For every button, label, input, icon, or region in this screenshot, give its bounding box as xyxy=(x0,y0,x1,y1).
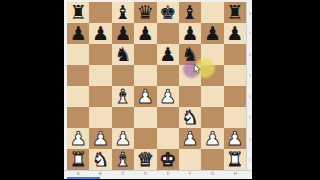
square-h3[interactable] xyxy=(224,107,246,128)
square-e6[interactable]: ♟ xyxy=(157,44,179,65)
square-d6[interactable] xyxy=(134,44,156,65)
square-h8[interactable]: ♜ xyxy=(224,2,246,23)
square-g7[interactable]: ♟ xyxy=(201,23,223,44)
square-c7[interactable]: ♟ xyxy=(112,23,134,44)
square-b6[interactable] xyxy=(89,44,111,65)
piece-wP-d4[interactable]: ♟ xyxy=(137,86,154,107)
piece-wP-g2[interactable]: ♟ xyxy=(204,128,221,149)
square-f1[interactable] xyxy=(179,149,201,170)
rank-label-6: 6 xyxy=(248,46,253,63)
square-h1[interactable]: ♜ xyxy=(224,149,246,170)
rank-label-8: 8 xyxy=(248,4,253,21)
square-a7[interactable]: ♟ xyxy=(67,23,89,44)
square-e5[interactable] xyxy=(157,65,179,86)
piece-bP-a7[interactable]: ♟ xyxy=(70,23,87,44)
file-label-b: B xyxy=(92,171,109,176)
square-c5[interactable] xyxy=(112,65,134,86)
piece-wP-b2[interactable]: ♟ xyxy=(92,128,109,149)
square-b7[interactable]: ♟ xyxy=(89,23,111,44)
square-b8[interactable] xyxy=(89,2,111,23)
file-label-e: E xyxy=(159,171,176,176)
square-h4[interactable] xyxy=(224,86,246,107)
piece-bQ-d8[interactable]: ♛ xyxy=(137,2,154,23)
square-h6[interactable] xyxy=(224,44,246,65)
piece-bN-c6[interactable]: ♞ xyxy=(114,44,131,65)
piece-wR-h1[interactable]: ♜ xyxy=(226,149,243,170)
piece-wP-c2[interactable]: ♟ xyxy=(114,128,131,149)
rank-label-1: 1 xyxy=(248,151,253,168)
square-b3[interactable] xyxy=(89,107,111,128)
piece-wB-c1[interactable]: ♝ xyxy=(114,149,131,170)
piece-wK-e1[interactable]: ♚ xyxy=(159,149,176,170)
bottom-scrollbar-thumb[interactable] xyxy=(67,177,100,179)
rank-label-7: 7 xyxy=(248,25,253,42)
square-c6[interactable]: ♞ xyxy=(112,44,134,65)
square-b5[interactable] xyxy=(89,65,111,86)
square-d7[interactable]: ♟ xyxy=(134,23,156,44)
square-e4[interactable]: ♟ xyxy=(157,86,179,107)
piece-wP-f2[interactable]: ♟ xyxy=(182,128,199,149)
square-d2[interactable] xyxy=(134,128,156,149)
square-d8[interactable]: ♛ xyxy=(134,2,156,23)
file-label-a: A xyxy=(70,171,87,176)
square-a4[interactable] xyxy=(67,86,89,107)
piece-wP-a2[interactable]: ♟ xyxy=(70,128,87,149)
square-b1[interactable]: ♞ xyxy=(89,149,111,170)
square-g6[interactable] xyxy=(201,44,223,65)
square-f6[interactable]: ♞ xyxy=(179,44,201,65)
square-e2[interactable] xyxy=(157,128,179,149)
rank-label-5: 5 xyxy=(248,67,253,84)
file-label-c: C xyxy=(115,171,132,176)
piece-bK-e8[interactable]: ♚ xyxy=(159,2,176,23)
square-f4[interactable] xyxy=(179,86,201,107)
square-g4[interactable] xyxy=(201,86,223,107)
square-g8[interactable] xyxy=(201,2,223,23)
square-g5[interactable] xyxy=(201,65,223,86)
square-g2[interactable]: ♟ xyxy=(201,128,223,149)
square-c4[interactable]: ♝ xyxy=(112,86,134,107)
piece-bP-d7[interactable]: ♟ xyxy=(137,23,154,44)
square-d3[interactable] xyxy=(134,107,156,128)
chess-board[interactable]: ♜♝♛♚♝♜♟♟♟♟♟♟♟♞♟♞♝♟♟♞♟♟♟♟♟♟♜♞♝♛♚♜ xyxy=(67,2,246,170)
file-label-g: G xyxy=(204,171,221,176)
square-c2[interactable]: ♟ xyxy=(112,128,134,149)
rank-label-2: 2 xyxy=(248,130,253,147)
piece-bB-f8[interactable]: ♝ xyxy=(182,2,199,23)
square-f7[interactable]: ♟ xyxy=(179,23,201,44)
rank-label-3: 3 xyxy=(248,109,253,126)
file-label-f: F xyxy=(182,171,199,176)
square-c8[interactable]: ♝ xyxy=(112,2,134,23)
file-labels-strip: ABCDEFGH xyxy=(64,170,252,179)
piece-bR-h8[interactable]: ♜ xyxy=(226,2,243,23)
piece-bN-f6[interactable]: ♞ xyxy=(182,44,199,65)
square-h2[interactable]: ♟ xyxy=(224,128,246,149)
piece-bP-c7[interactable]: ♟ xyxy=(114,23,131,44)
piece-wN-f3[interactable]: ♞ xyxy=(182,107,199,128)
square-a8[interactable]: ♜ xyxy=(67,2,89,23)
square-a5[interactable] xyxy=(67,65,89,86)
piece-wP-e4[interactable]: ♟ xyxy=(159,86,176,107)
square-h7[interactable]: ♟ xyxy=(224,23,246,44)
chess-app-window: ♜♝♛♚♝♜♟♟♟♟♟♟♟♞♟♞♝♟♟♞♟♟♟♟♟♟♜♞♝♛♚♜ 8765432… xyxy=(64,0,252,178)
piece-bP-b7[interactable]: ♟ xyxy=(92,23,109,44)
rank-label-4: 4 xyxy=(248,88,253,105)
square-a2[interactable]: ♟ xyxy=(67,128,89,149)
piece-wN-b1[interactable]: ♞ xyxy=(92,149,109,170)
piece-bP-f7[interactable]: ♟ xyxy=(182,23,199,44)
square-f2[interactable]: ♟ xyxy=(179,128,201,149)
piece-wR-a1[interactable]: ♜ xyxy=(70,149,87,170)
file-label-d: D xyxy=(137,171,154,176)
square-a1[interactable]: ♜ xyxy=(67,149,89,170)
square-e3[interactable] xyxy=(157,107,179,128)
square-d5[interactable] xyxy=(134,65,156,86)
square-g3[interactable] xyxy=(201,107,223,128)
square-a3[interactable] xyxy=(67,107,89,128)
piece-wB-c4[interactable]: ♝ xyxy=(114,86,131,107)
piece-bP-g7[interactable]: ♟ xyxy=(204,23,221,44)
square-b4[interactable] xyxy=(89,86,111,107)
video-frame: ♜♝♛♚♝♜♟♟♟♟♟♟♟♞♟♞♝♟♟♞♟♟♟♟♟♟♜♞♝♛♚♜ 8765432… xyxy=(0,0,320,180)
piece-bP-h7[interactable]: ♟ xyxy=(226,23,243,44)
piece-bR-a8[interactable]: ♜ xyxy=(70,2,87,23)
rank-labels-strip: 87654321 xyxy=(246,2,253,170)
square-e7[interactable] xyxy=(157,23,179,44)
square-c1[interactable]: ♝ xyxy=(112,149,134,170)
piece-wP-h2[interactable]: ♟ xyxy=(226,128,243,149)
square-a6[interactable] xyxy=(67,44,89,65)
square-f3[interactable]: ♞ xyxy=(179,107,201,128)
square-d1[interactable]: ♛ xyxy=(134,149,156,170)
piece-bB-c8[interactable]: ♝ xyxy=(114,2,131,23)
square-f5[interactable] xyxy=(179,65,201,86)
square-e1[interactable]: ♚ xyxy=(157,149,179,170)
piece-wQ-d1[interactable]: ♛ xyxy=(137,149,154,170)
square-b2[interactable]: ♟ xyxy=(89,128,111,149)
square-c3[interactable] xyxy=(112,107,134,128)
square-e8[interactable]: ♚ xyxy=(157,2,179,23)
piece-bP-e6[interactable]: ♟ xyxy=(159,44,176,65)
square-f8[interactable]: ♝ xyxy=(179,2,201,23)
file-label-h: H xyxy=(226,171,243,176)
square-d4[interactable]: ♟ xyxy=(134,86,156,107)
square-h5[interactable] xyxy=(224,65,246,86)
square-g1[interactable] xyxy=(201,149,223,170)
